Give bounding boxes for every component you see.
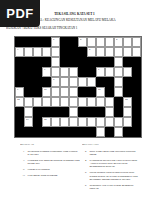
- crossword-cell-r2c6: [60, 47, 69, 57]
- crossword-cell-r4c6: [60, 67, 69, 77]
- crossword-cell-r7c2: [24, 97, 33, 107]
- crossword-cell-r7c9: [87, 97, 96, 107]
- crossword-cell-r1c6: [60, 37, 69, 47]
- crossword-cell-r1c9: [87, 37, 96, 47]
- crossword-cell-r2c8: [78, 47, 87, 57]
- crossword-cell-r8c8: [78, 107, 87, 117]
- crossword-cell-r10c12: [114, 127, 123, 137]
- crossword-cell-r1c4: [42, 37, 51, 47]
- crossword-cell-r6c4: 10: [42, 87, 51, 97]
- pdf-badge-label: PDF: [6, 6, 34, 21]
- crossword-cell-r10c4: [42, 127, 51, 137]
- crossword-cell-r9c13: [123, 117, 132, 127]
- crossword-cell-r6c10: 11: [96, 87, 105, 97]
- crossword-cell-r1c3: [33, 37, 42, 47]
- clue-item-number: 4: [82, 158, 89, 168]
- crossword-cell-r8c11: [105, 107, 114, 117]
- crossword-cell-r2c4: [42, 47, 51, 57]
- crossword-cell-r5c2: [24, 77, 33, 87]
- crossword-cell-r8c6: [60, 107, 69, 117]
- crossword-cell-r7c7: [69, 97, 78, 107]
- clue-item-text: Mata wang timah yang diperbuat daripada …: [89, 149, 138, 156]
- crossword-cell-r8c9: [87, 107, 96, 117]
- crossword-cell-r1c1: [15, 37, 24, 47]
- clues-down-section: MENEGAK 1Berapakah bilangan syahbandar y…: [20, 143, 80, 197]
- clue-item-text: Bendahara Tun Perak pernah menggalas tug…: [89, 183, 138, 190]
- crossword-cell-r8c14: [132, 107, 141, 117]
- crossword-cell-r9c6: [60, 117, 69, 127]
- crossword-cell-r6c8: [78, 87, 87, 97]
- crossword-cell-r9c1: [15, 117, 24, 127]
- crossword-cell-r7c1: 12: [15, 97, 24, 107]
- crossword-cell-r5c5: 8: [51, 77, 60, 87]
- crossword-cell-r6c3: [33, 87, 42, 97]
- clue-item-number: 11: [20, 173, 27, 176]
- crossword-cell-r6c11: [105, 87, 114, 97]
- clue-item-text: Hakim di pelabuhan: [27, 167, 79, 170]
- crossword-cell-r5c12: [114, 77, 123, 87]
- crossword-cell-r4c14: [132, 67, 141, 77]
- clue-item: 9Hakim di pelabuhan: [20, 167, 80, 170]
- crossword-cell-r3c14: [132, 57, 141, 67]
- crossword-cell-r5c1: [15, 77, 24, 87]
- crossword-cell-r4c1: [15, 67, 24, 77]
- crossword-cell-r7c10: [96, 97, 105, 107]
- crossword-cell-r7c11: [105, 97, 114, 107]
- crossword-cell-r3c11: [105, 57, 114, 67]
- crossword-cell-r1c14: [132, 37, 141, 47]
- clue-item: 11Penyimpan wang pedagang: [20, 173, 80, 176]
- crossword-cell-r4c10: 7: [96, 67, 105, 77]
- crossword-cell-r4c11: [105, 67, 114, 77]
- crossword-cell-r1c8: 2: [78, 37, 87, 47]
- crossword-cell-r6c6: [60, 87, 69, 97]
- crossword-cell-r8c10: [96, 107, 105, 117]
- crossword-cell-r3c8: [78, 57, 87, 67]
- crossword-cell-r3c12: [114, 57, 123, 67]
- crossword-cell-r2c10: [96, 47, 105, 57]
- crossword-cell-r7c5: [51, 97, 60, 107]
- crossword-cell-r1c13: [123, 37, 132, 47]
- crossword-cell-r5c4: [42, 77, 51, 87]
- crossword-cell-r8c1: [15, 107, 24, 117]
- clue-item-number: 5: [82, 171, 89, 181]
- crossword-cell-r6c14: [132, 87, 141, 97]
- crossword-cell-r7c12: [114, 97, 123, 107]
- clues-down-title: MENEGAK: [20, 143, 80, 146]
- clue-item-text: Pedagang atas angin merupakan pedagang y…: [27, 158, 79, 165]
- clue-number: 9: [17, 88, 18, 90]
- clue-item-text: Berapakah bilangan syahbandar yang terda…: [27, 149, 79, 156]
- crossword-cell-r10c8: [78, 127, 87, 137]
- crossword-cell-r4c5: [51, 67, 60, 77]
- crossword-cell-r8c13: [123, 107, 132, 117]
- crossword-cell-r7c8: [78, 97, 87, 107]
- crossword-cell-r8c4: [42, 107, 51, 117]
- clue-item-text: Kedudukan Melaka dan Pasai bersebelahan.…: [89, 158, 138, 168]
- crossword-cell-r2c1: 4: [15, 47, 24, 57]
- crossword-cell-r6c5: [51, 87, 60, 97]
- clue-item: 4Kedudukan Melaka dan Pasai bersebelahan…: [82, 158, 139, 168]
- crossword-cell-r5c11: [105, 77, 114, 87]
- crossword-cell-r3c13: [123, 57, 132, 67]
- crossword-cell-r9c4: 15: [42, 117, 51, 127]
- crossword-cell-r4c4: 6: [42, 67, 51, 77]
- clue-item-text: Penyimpan wang pedagang: [27, 173, 79, 176]
- crossword-cell-r3c6: [60, 57, 69, 67]
- clue-number: 11: [98, 88, 100, 90]
- crossword-cell-r1c2: [24, 37, 33, 47]
- clue-item: 1Berapakah bilangan syahbandar yang terd…: [20, 149, 80, 156]
- crossword-cell-r4c9: [87, 67, 96, 77]
- crossword-cell-r5c3: [33, 77, 42, 87]
- crossword-cell-r2c3: [33, 47, 42, 57]
- crossword-cell-r10c1: [15, 127, 24, 137]
- crossword-cell-r8c3: [33, 107, 42, 117]
- clue-item-number: 6: [82, 183, 89, 190]
- crossword-cell-r2c13: [123, 47, 132, 57]
- clues-down-list: 1Berapakah bilangan syahbandar yang terd…: [20, 149, 80, 177]
- crossword-cell-r10c7: [69, 127, 78, 137]
- crossword-cell-r8c12: [114, 107, 123, 117]
- clue-item: 2Mata wang timah yang diperbuat daripada…: [82, 149, 139, 156]
- crossword-cell-r2c2: [24, 47, 33, 57]
- crossword-cell-r2c9: 5: [87, 47, 96, 57]
- crossword-grid: 123456789101112131415: [14, 36, 142, 138]
- crossword-cell-r10c14: [132, 127, 141, 137]
- crossword-cell-r1c7: [69, 37, 78, 47]
- crossword-cell-r9c10: [96, 117, 105, 127]
- crossword-cell-r3c9: [87, 57, 96, 67]
- clue-item: 6Bendahara Tun Perak pernah menggalas tu…: [82, 183, 139, 190]
- crossword-cell-r9c12: [114, 117, 123, 127]
- pdf-badge: PDF: [0, 0, 40, 27]
- crossword-cell-r8c2: [24, 107, 33, 117]
- crossword-cell-r10c6: [60, 127, 69, 137]
- clue-number: 3: [116, 38, 117, 40]
- crossword-cell-r6c7: [69, 87, 78, 97]
- crossword-cell-r9c8: [78, 117, 87, 127]
- crossword-cell-r4c8: [78, 67, 87, 77]
- crossword-cell-r10c11: [105, 127, 114, 137]
- crossword-cell-r4c12: [114, 67, 123, 77]
- crossword-cell-r10c3: [33, 127, 42, 137]
- crossword-cell-r10c2: [24, 127, 33, 137]
- clue-number: 10: [44, 88, 47, 90]
- crossword-cell-r1c11: [105, 37, 114, 47]
- crossword-cell-r7c6: [60, 97, 69, 107]
- crossword-cell-r9c5: [51, 117, 60, 127]
- clue-number: 13: [125, 98, 128, 100]
- crossword-cell-r6c9: [87, 87, 96, 97]
- crossword-cell-r5c13: [123, 77, 132, 87]
- clue-number: 15: [44, 118, 47, 120]
- crossword-cell-r7c3: [33, 97, 42, 107]
- clue-item-number: 1: [20, 149, 27, 156]
- clue-item-text: Sultan Mansur Shah pernah berutus surat …: [89, 171, 138, 181]
- crossword-cell-r9c2: 14: [24, 117, 33, 127]
- crossword-cell-r1c5: 1: [51, 37, 60, 47]
- crossword-cell-r9c3: [33, 117, 42, 127]
- crossword-cell-r4c2: [24, 67, 33, 77]
- clue-number: 5: [89, 48, 90, 50]
- crossword-cell-r6c1: 9: [15, 87, 24, 97]
- crossword-cell-r3c7: [69, 57, 78, 67]
- crossword-cell-r7c13: 13: [123, 97, 132, 107]
- crossword-cell-r10c13: [123, 127, 132, 137]
- crossword-cell-r1c12: 3: [114, 37, 123, 47]
- pdf-thumbnail-page[interactable]: { "badge": { "label": "PDF" }, "header":…: [0, 0, 149, 198]
- crossword-cell-r5c7: [69, 77, 78, 87]
- clues-across-section: MELINTANG 2Mata wang timah yang diperbua…: [82, 143, 139, 197]
- clue-number: 7: [98, 68, 99, 70]
- clue-number: 4: [17, 48, 18, 50]
- crossword-cell-r10c9: [87, 127, 96, 137]
- clue-number: 12: [17, 98, 20, 100]
- crossword-cell-r5c10: [96, 77, 105, 87]
- crossword-cell-r5c9: [87, 77, 96, 87]
- crossword-cell-r5c8: [78, 77, 87, 87]
- crossword-cell-r2c12: [114, 47, 123, 57]
- clue-item-number: 9: [20, 167, 27, 170]
- crossword-cell-r1c10: [96, 37, 105, 47]
- crossword-cell-r3c4: [42, 57, 51, 67]
- crossword-cell-r10c10: [96, 127, 105, 137]
- crossword-cell-r8c7: [69, 107, 78, 117]
- crossword-cell-r6c2: [24, 87, 33, 97]
- clue-number: 2: [80, 38, 81, 40]
- crossword-cell-r2c11: [105, 47, 114, 57]
- crossword-cell-r4c3: [33, 67, 42, 77]
- crossword-cell-r9c9: [87, 117, 96, 127]
- clue-number: 6: [44, 68, 45, 70]
- clue-number: 14: [26, 118, 29, 120]
- clues-across-title: MELINTANG: [82, 143, 139, 146]
- clue-item: 3Pedagang atas angin merupakan pedagang …: [20, 158, 80, 165]
- crossword-cell-r3c2: [24, 57, 33, 67]
- crossword-cell-r2c14: [132, 47, 141, 57]
- crossword-cell-r5c6: [60, 77, 69, 87]
- clue-number: 1: [53, 38, 54, 40]
- clue-item: 5Sultan Mansur Shah pernah berutus surat…: [82, 171, 139, 181]
- crossword-cell-r7c4: [42, 97, 51, 107]
- crossword-cell-r9c7: [69, 117, 78, 127]
- crossword-cell-r2c5: [51, 47, 60, 57]
- crossword-cell-r4c13: [123, 67, 132, 77]
- crossword-cell-r3c1: [15, 57, 24, 67]
- crossword-cell-r8c5: [51, 107, 60, 117]
- clue-number: 8: [53, 78, 54, 80]
- crossword-cell-r3c3: [33, 57, 42, 67]
- crossword-cell-r4c7: [69, 67, 78, 77]
- crossword-cell-r2c7: [69, 47, 78, 57]
- crossword-cell-r10c5: [51, 127, 60, 137]
- crossword-cell-r9c11: [105, 117, 114, 127]
- crossword-cell-r6c12: [114, 87, 123, 97]
- crossword-cell-r3c5: [51, 57, 60, 67]
- clue-item-number: 2: [82, 149, 89, 156]
- crossword-cell-r9c14: [132, 117, 141, 127]
- crossword-cell-r5c14: [132, 77, 141, 87]
- clues-across-list: 2Mata wang timah yang diperbuat daripada…: [82, 149, 139, 190]
- crossword-cell-r7c14: [132, 97, 141, 107]
- crossword-cell-r6c13: [123, 87, 132, 97]
- clue-item-number: 3: [20, 158, 27, 165]
- crossword-cell-r3c10: [96, 57, 105, 67]
